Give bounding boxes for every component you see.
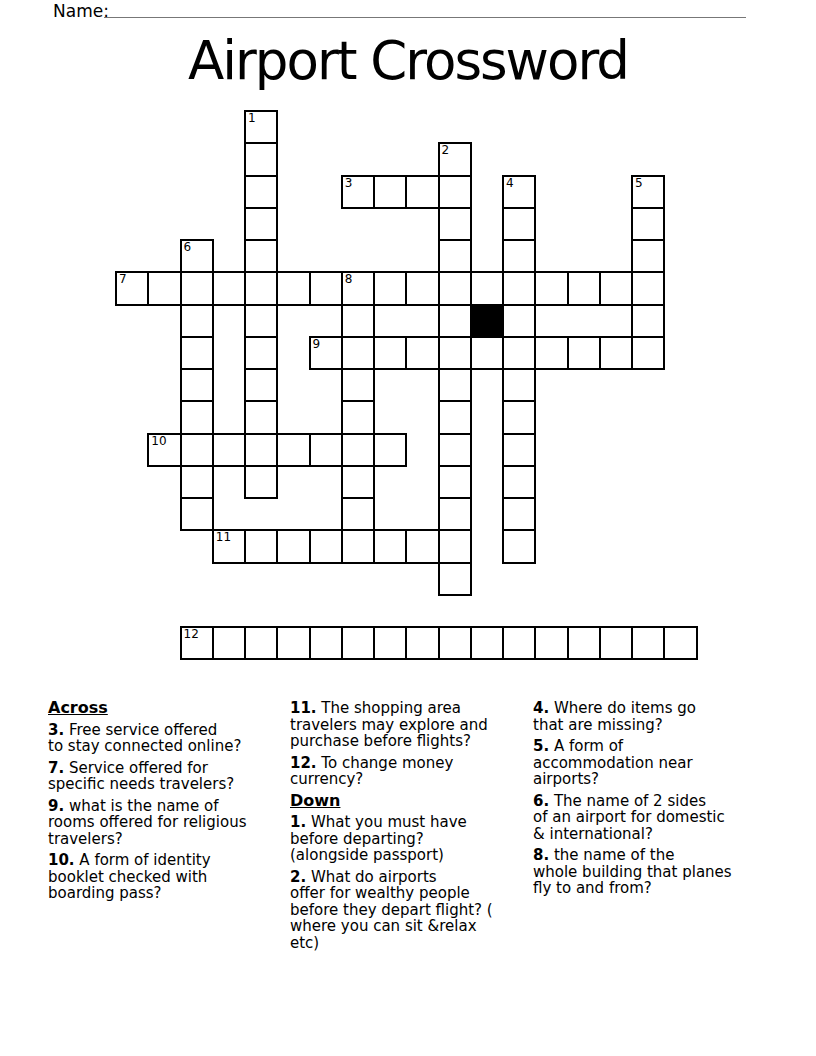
- clue-number: 4.: [533, 699, 549, 717]
- grid-cell[interactable]: [309, 529, 343, 563]
- clue-down-8: 8. the name of thewhole building that pl…: [533, 847, 785, 897]
- grid-cell[interactable]: [502, 368, 536, 402]
- grid-cell[interactable]: 8: [341, 271, 375, 305]
- grid-cell[interactable]: [373, 336, 407, 370]
- page-title: Airport Crossword: [0, 33, 816, 89]
- grid-cell[interactable]: [470, 626, 504, 660]
- crossword-grid: 123456789101112: [115, 110, 698, 661]
- grid-cell[interactable]: [502, 433, 536, 467]
- grid-cell[interactable]: [438, 336, 472, 370]
- clue-column-2: 11. The shopping areatravelers may explo…: [290, 700, 542, 956]
- clue-number: 1.: [290, 813, 306, 831]
- grid-cell[interactable]: [309, 433, 343, 467]
- grid-cell[interactable]: [244, 142, 278, 176]
- grid-cell[interactable]: [631, 626, 665, 660]
- grid-cell[interactable]: [470, 336, 504, 370]
- grid-cell[interactable]: [438, 626, 472, 660]
- grid-cell[interactable]: 12: [180, 626, 214, 660]
- cell-number-1: 1: [248, 112, 256, 125]
- grid-cell[interactable]: [244, 175, 278, 209]
- grid-cell[interactable]: [502, 626, 536, 660]
- grid-cell[interactable]: 9: [309, 336, 343, 370]
- grid-cell[interactable]: [180, 336, 214, 370]
- clue-down-4: 4. Where do items gothat are missing?: [533, 700, 785, 733]
- black-cell: [470, 304, 504, 338]
- grid-cell[interactable]: [244, 207, 278, 241]
- grid-cell[interactable]: [244, 271, 278, 305]
- grid-cell[interactable]: 2: [438, 142, 472, 176]
- grid-cell[interactable]: [341, 529, 375, 563]
- clue-number: 7.: [48, 759, 64, 777]
- name-label: Name:: [53, 1, 109, 21]
- clue-across-11: 11. The shopping areatravelers may explo…: [290, 700, 542, 750]
- cell-number-8: 8: [345, 273, 353, 286]
- grid-cell[interactable]: [309, 626, 343, 660]
- clue-number: 11.: [290, 699, 317, 717]
- clue-across-12: 12. To change moneycurrency?: [290, 755, 542, 788]
- clue-number: 8.: [533, 846, 549, 864]
- cell-number-7: 7: [119, 273, 127, 286]
- grid-cell[interactable]: [631, 336, 665, 370]
- clue-down-2: 2. What do airportsoffer for wealthy peo…: [290, 869, 542, 952]
- grid-cell[interactable]: [438, 175, 472, 209]
- grid-cell[interactable]: [212, 433, 246, 467]
- clue-column-3: 4. Where do items gothat are missing?5. …: [533, 700, 785, 902]
- cell-number-11: 11: [216, 531, 231, 544]
- grid-cell[interactable]: [244, 465, 278, 499]
- grid-cell[interactable]: [373, 529, 407, 563]
- cell-number-10: 10: [151, 435, 166, 448]
- grid-cell[interactable]: [631, 271, 665, 305]
- grid-cell[interactable]: [502, 465, 536, 499]
- grid-cell[interactable]: [212, 271, 246, 305]
- grid-cell[interactable]: [341, 304, 375, 338]
- grid-cell[interactable]: [180, 433, 214, 467]
- clue-across-9: 9. what is the name ofrooms offered for …: [48, 798, 300, 848]
- grid-cell[interactable]: 6: [180, 239, 214, 273]
- grid-cell[interactable]: [534, 271, 568, 305]
- grid-cell[interactable]: [341, 400, 375, 434]
- grid-cell[interactable]: [567, 271, 601, 305]
- cell-number-4: 4: [506, 177, 514, 190]
- clue-across-3: 3. Free service offeredto stay connected…: [48, 722, 300, 755]
- clue-number: 6.: [533, 792, 549, 810]
- grid-cell[interactable]: 10: [147, 433, 181, 467]
- grid-cell[interactable]: [438, 465, 472, 499]
- grid-cell[interactable]: [534, 336, 568, 370]
- grid-cell[interactable]: [276, 529, 310, 563]
- grid-cell[interactable]: [341, 497, 375, 531]
- grid-cell[interactable]: 5: [631, 175, 665, 209]
- grid-cell[interactable]: [405, 336, 439, 370]
- grid-cell[interactable]: [631, 304, 665, 338]
- grid-cell[interactable]: [276, 433, 310, 467]
- grid-cell[interactable]: [341, 433, 375, 467]
- grid-cell[interactable]: [502, 271, 536, 305]
- grid-cell[interactable]: [373, 271, 407, 305]
- grid-cell[interactable]: [438, 497, 472, 531]
- grid-cell[interactable]: 7: [115, 271, 149, 305]
- grid-cell[interactable]: [502, 207, 536, 241]
- grid-cell[interactable]: 1: [244, 110, 278, 144]
- grid-cell[interactable]: [309, 271, 343, 305]
- grid-cell[interactable]: [438, 433, 472, 467]
- grid-cell[interactable]: [405, 175, 439, 209]
- grid-cell[interactable]: [502, 239, 536, 273]
- grid-cell[interactable]: [663, 626, 697, 660]
- grid-cell[interactable]: [438, 271, 472, 305]
- grid-cell[interactable]: [244, 400, 278, 434]
- grid-cell[interactable]: [502, 529, 536, 563]
- clue-down-1: 1. What you must havebefore departing?(a…: [290, 814, 542, 864]
- cell-number-6: 6: [184, 241, 192, 254]
- down-header: Down: [290, 793, 542, 810]
- grid-cell[interactable]: [276, 626, 310, 660]
- grid-cell[interactable]: [438, 400, 472, 434]
- grid-cell[interactable]: [180, 400, 214, 434]
- grid-cell[interactable]: [244, 626, 278, 660]
- grid-cell[interactable]: [276, 271, 310, 305]
- grid-cell[interactable]: [438, 304, 472, 338]
- grid-cell[interactable]: [373, 175, 407, 209]
- grid-cell[interactable]: [438, 239, 472, 273]
- cell-number-2: 2: [442, 144, 450, 157]
- grid-cell[interactable]: [244, 239, 278, 273]
- grid-cell[interactable]: [180, 304, 214, 338]
- grid-cell[interactable]: [405, 626, 439, 660]
- grid-cell[interactable]: [244, 336, 278, 370]
- grid-cell[interactable]: [244, 433, 278, 467]
- clue-number: 12.: [290, 754, 317, 772]
- grid-cell[interactable]: [341, 336, 375, 370]
- grid-cell[interactable]: [470, 271, 504, 305]
- grid-cell[interactable]: [180, 465, 214, 499]
- grid-cell[interactable]: [631, 239, 665, 273]
- clue-down-5: 5. A form ofaccommodation nearairports?: [533, 738, 785, 788]
- grid-cell[interactable]: [599, 271, 633, 305]
- grid-cell[interactable]: [212, 626, 246, 660]
- grid-cell[interactable]: [534, 626, 568, 660]
- grid-cell[interactable]: [341, 368, 375, 402]
- grid-cell[interactable]: 11: [212, 529, 246, 563]
- clue-number: 2.: [290, 868, 306, 886]
- grid-cell[interactable]: [147, 271, 181, 305]
- grid-cell[interactable]: [180, 271, 214, 305]
- grid-cell[interactable]: [502, 400, 536, 434]
- grid-cell[interactable]: [405, 529, 439, 563]
- clue-number: 3.: [48, 721, 64, 739]
- grid-cell[interactable]: [438, 368, 472, 402]
- grid-cell[interactable]: [438, 562, 472, 596]
- grid-cell[interactable]: 4: [502, 175, 536, 209]
- grid-cell[interactable]: [180, 368, 214, 402]
- clue-number: 9.: [48, 797, 64, 815]
- grid-cell[interactable]: [631, 207, 665, 241]
- clue-column-1: Across3. Free service offeredto stay con…: [48, 700, 300, 907]
- cell-number-5: 5: [635, 177, 643, 190]
- grid-cell[interactable]: [502, 304, 536, 338]
- grid-cell[interactable]: [341, 626, 375, 660]
- grid-cell[interactable]: [502, 336, 536, 370]
- clue-across-10: 10. A form of identitybooklet checked wi…: [48, 852, 300, 902]
- grid-cell[interactable]: [599, 626, 633, 660]
- grid-cell[interactable]: [373, 626, 407, 660]
- grid-cell[interactable]: [502, 497, 536, 531]
- clue-down-6: 6. The name of 2 sidesof an airport for …: [533, 793, 785, 843]
- grid-cell[interactable]: [438, 529, 472, 563]
- grid-cell[interactable]: [567, 336, 601, 370]
- clue-number: 5.: [533, 737, 549, 755]
- grid-cell[interactable]: [567, 626, 601, 660]
- grid-cell[interactable]: [405, 271, 439, 305]
- grid-cell[interactable]: [438, 207, 472, 241]
- grid-cell[interactable]: [180, 497, 214, 531]
- grid-cell[interactable]: [244, 529, 278, 563]
- clue-across-7: 7. Service offered forspecific needs tra…: [48, 760, 300, 793]
- grid-cell[interactable]: [244, 304, 278, 338]
- cell-number-12: 12: [184, 628, 199, 641]
- cell-number-9: 9: [313, 338, 321, 351]
- grid-cell[interactable]: [373, 433, 407, 467]
- grid-cell[interactable]: 3: [341, 175, 375, 209]
- grid-cell[interactable]: [341, 465, 375, 499]
- worksheet-page: Name: Airport Crossword 123456789101112 …: [0, 0, 816, 1056]
- cell-number-3: 3: [345, 177, 353, 190]
- grid-cell[interactable]: [599, 336, 633, 370]
- clue-number: 10.: [48, 851, 75, 869]
- across-header: Across: [48, 700, 300, 717]
- name-blank-line: [104, 0, 746, 18]
- grid-cell[interactable]: [244, 368, 278, 402]
